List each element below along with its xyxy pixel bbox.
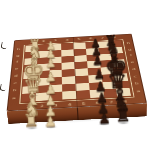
coordinate-label: d [130,66,137,73]
coordinate-label: 5 [73,38,85,41]
white-pawn-glyph: ♟ [44,115,57,129]
coordinate-label: a [10,94,17,102]
black-pawn-glyph: ♟ [98,112,111,126]
piece-black-rook-a8: ♜ [109,113,136,125]
piece-white-rook-a1: ♜ [19,118,45,130]
piece-black-pawn-a7: ♟ [97,115,110,126]
coordinate-label: 4 [61,38,73,41]
coordinate-label: 5 [77,102,91,106]
product-photo-scene: 12345678 12345678 hgfedcba hgfedcba ♜♞♝♚… [0,0,150,150]
black-pawn-glyph: ♟ [92,54,103,67]
fold-seam-front [77,107,79,120]
piece-white-pawn-a2: ♟ [45,118,57,129]
black-rook-glyph: ♜ [115,107,131,125]
piece-white-pawn-f2: ♟ [46,59,57,69]
white-pawn-glyph: ♟ [45,57,56,70]
coordinate-label: 4 [63,103,77,107]
chess-board: 12345678 12345678 hgfedcba hgfedcba ♜♞♝♚… [7,34,147,111]
coordinate-label: a [134,87,142,95]
perspective-stage: 12345678 12345678 hgfedcba hgfedcba ♜♞♝♚… [0,0,150,150]
white-rook-glyph: ♜ [24,112,40,130]
piece-black-pawn-f7: ♟ [91,57,103,67]
